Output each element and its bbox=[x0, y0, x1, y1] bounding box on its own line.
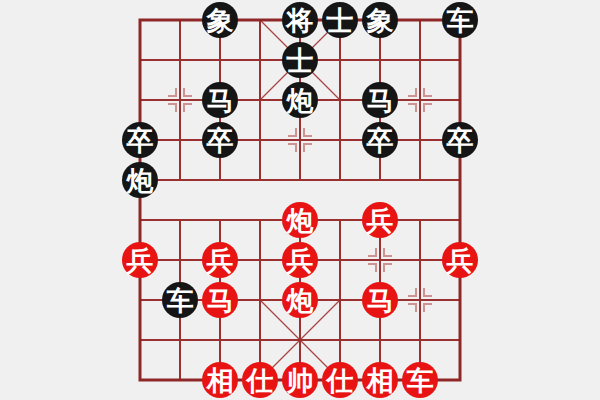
piece-layer: 象将士象车士马炮马卒卒卒卒炮炮兵兵兵兵兵车马炮马相仕帅仕相车 bbox=[120, 0, 480, 400]
piece-red-chariot[interactable]: 车 bbox=[402, 362, 438, 398]
piece-red-advisor[interactable]: 仕 bbox=[242, 362, 278, 398]
piece-black-soldier[interactable]: 卒 bbox=[202, 122, 238, 158]
piece-red-soldier[interactable]: 兵 bbox=[362, 202, 398, 238]
piece-black-chariot[interactable]: 车 bbox=[162, 282, 198, 318]
piece-black-soldier[interactable]: 卒 bbox=[362, 122, 398, 158]
piece-red-horse[interactable]: 马 bbox=[202, 282, 238, 318]
piece-black-cannon[interactable]: 炮 bbox=[122, 162, 158, 198]
piece-red-soldier[interactable]: 兵 bbox=[122, 242, 158, 278]
piece-black-soldier[interactable]: 卒 bbox=[122, 122, 158, 158]
piece-black-advisor[interactable]: 士 bbox=[282, 42, 318, 78]
piece-black-horse[interactable]: 马 bbox=[362, 82, 398, 118]
piece-black-advisor[interactable]: 士 bbox=[322, 2, 358, 38]
piece-black-chariot[interactable]: 车 bbox=[442, 2, 478, 38]
piece-black-elephant[interactable]: 象 bbox=[362, 2, 398, 38]
piece-black-cannon[interactable]: 炮 bbox=[282, 82, 318, 118]
piece-black-horse[interactable]: 马 bbox=[202, 82, 238, 118]
piece-red-advisor[interactable]: 仕 bbox=[322, 362, 358, 398]
piece-red-general[interactable]: 帅 bbox=[282, 362, 318, 398]
piece-red-soldier[interactable]: 兵 bbox=[202, 242, 238, 278]
piece-black-soldier[interactable]: 卒 bbox=[442, 122, 478, 158]
piece-red-elephant[interactable]: 相 bbox=[202, 362, 238, 398]
piece-red-cannon[interactable]: 炮 bbox=[282, 282, 318, 318]
piece-red-soldier[interactable]: 兵 bbox=[282, 242, 318, 278]
xiangqi-board: 象将士象车士马炮马卒卒卒卒炮炮兵兵兵兵兵车马炮马相仕帅仕相车 bbox=[0, 0, 600, 400]
piece-red-elephant[interactable]: 相 bbox=[362, 362, 398, 398]
piece-red-cannon[interactable]: 炮 bbox=[282, 202, 318, 238]
piece-red-soldier[interactable]: 兵 bbox=[442, 242, 478, 278]
piece-black-elephant[interactable]: 象 bbox=[202, 2, 238, 38]
piece-black-general[interactable]: 将 bbox=[282, 2, 318, 38]
piece-red-horse[interactable]: 马 bbox=[362, 282, 398, 318]
